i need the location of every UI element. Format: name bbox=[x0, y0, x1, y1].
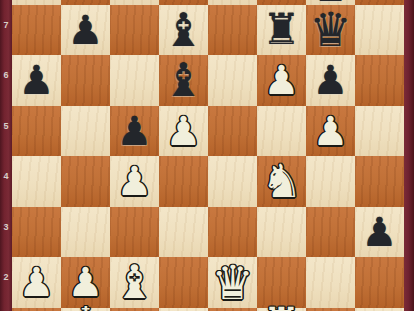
black-pawn-c5[interactable]: ♟ bbox=[117, 111, 153, 151]
square-g3[interactable] bbox=[306, 207, 355, 258]
square-g1[interactable] bbox=[306, 308, 355, 311]
square-d1[interactable] bbox=[159, 308, 208, 311]
square-e1[interactable] bbox=[208, 308, 257, 311]
white-queen-e2[interactable]: ♛ bbox=[211, 259, 253, 306]
square-h2[interactable] bbox=[355, 257, 404, 308]
white-pawn-c4[interactable]: ♟ bbox=[117, 161, 153, 201]
rank-label-2: 2 bbox=[0, 272, 12, 282]
rank-label-6: 6 bbox=[0, 70, 12, 80]
square-h5[interactable] bbox=[355, 106, 404, 157]
white-rook-f1[interactable]: ♜ bbox=[262, 302, 301, 311]
square-f6[interactable]: ♟ bbox=[257, 55, 306, 106]
square-d5[interactable]: ♟ bbox=[159, 106, 208, 157]
white-knight-f4[interactable]: ♞ bbox=[261, 158, 302, 204]
square-h6[interactable] bbox=[355, 55, 404, 106]
square-d4[interactable] bbox=[159, 156, 208, 207]
square-f5[interactable] bbox=[257, 106, 306, 157]
square-a4[interactable] bbox=[12, 156, 61, 207]
black-pawn-h3[interactable]: ♟ bbox=[362, 212, 398, 252]
square-h7[interactable] bbox=[355, 5, 404, 56]
square-a1[interactable] bbox=[12, 308, 61, 311]
black-rook-f7[interactable]: ♜ bbox=[262, 8, 301, 51]
square-f3[interactable] bbox=[257, 207, 306, 258]
black-pawn-g6[interactable]: ♟ bbox=[313, 60, 349, 100]
square-a3[interactable] bbox=[12, 207, 61, 258]
square-g7[interactable]: ♛ bbox=[306, 5, 355, 56]
white-pawn-f6[interactable]: ♟ bbox=[264, 60, 300, 100]
square-e5[interactable] bbox=[208, 106, 257, 157]
square-d2[interactable] bbox=[159, 257, 208, 308]
chess-board: ♚♟♝♜♛♟♝♟♟♟♟♟♟♞♟♟♟♝♛♚♜ bbox=[12, 0, 404, 311]
square-f1[interactable]: ♜ bbox=[257, 308, 306, 311]
rank-label-7: 7 bbox=[0, 20, 12, 30]
square-c7[interactable] bbox=[110, 5, 159, 56]
square-g2[interactable] bbox=[306, 257, 355, 308]
square-c2[interactable]: ♝ bbox=[110, 257, 159, 308]
square-a5[interactable] bbox=[12, 106, 61, 157]
square-c3[interactable] bbox=[110, 207, 159, 258]
square-g4[interactable] bbox=[306, 156, 355, 207]
square-b1[interactable]: ♚ bbox=[61, 308, 110, 311]
square-b3[interactable] bbox=[61, 207, 110, 258]
square-f4[interactable]: ♞ bbox=[257, 156, 306, 207]
rank-label-5: 5 bbox=[0, 121, 12, 131]
square-e4[interactable] bbox=[208, 156, 257, 207]
white-pawn-d5[interactable]: ♟ bbox=[166, 111, 202, 151]
square-b7[interactable]: ♟ bbox=[61, 5, 110, 56]
square-c1[interactable] bbox=[110, 308, 159, 311]
black-bishop-d7[interactable]: ♝ bbox=[163, 7, 204, 53]
square-e2[interactable]: ♛ bbox=[208, 257, 257, 308]
square-h3[interactable]: ♟ bbox=[355, 207, 404, 258]
square-c5[interactable]: ♟ bbox=[110, 106, 159, 157]
board-border-left bbox=[0, 0, 12, 311]
black-pawn-b7[interactable]: ♟ bbox=[68, 10, 104, 50]
chess-diagram: ♚♟♝♜♛♟♝♟♟♟♟♟♟♞♟♟♟♝♛♚♜ 765432 bbox=[0, 0, 414, 311]
black-queen-g7[interactable]: ♛ bbox=[309, 6, 351, 53]
square-a6[interactable]: ♟ bbox=[12, 55, 61, 106]
white-pawn-a2[interactable]: ♟ bbox=[19, 262, 55, 302]
square-e7[interactable] bbox=[208, 5, 257, 56]
square-d3[interactable] bbox=[159, 207, 208, 258]
square-a2[interactable]: ♟ bbox=[12, 257, 61, 308]
square-e3[interactable] bbox=[208, 207, 257, 258]
square-h4[interactable] bbox=[355, 156, 404, 207]
square-b5[interactable] bbox=[61, 106, 110, 157]
square-d7[interactable]: ♝ bbox=[159, 5, 208, 56]
square-d6[interactable]: ♝ bbox=[159, 55, 208, 106]
rank-label-3: 3 bbox=[0, 222, 12, 232]
square-h1[interactable] bbox=[355, 308, 404, 311]
square-b4[interactable] bbox=[61, 156, 110, 207]
square-g5[interactable]: ♟ bbox=[306, 106, 355, 157]
square-f7[interactable]: ♜ bbox=[257, 5, 306, 56]
square-b6[interactable] bbox=[61, 55, 110, 106]
black-bishop-d6[interactable]: ♝ bbox=[163, 57, 204, 103]
white-king-b1[interactable]: ♚ bbox=[64, 300, 106, 311]
square-c6[interactable] bbox=[110, 55, 159, 106]
square-c4[interactable]: ♟ bbox=[110, 156, 159, 207]
square-g6[interactable]: ♟ bbox=[306, 55, 355, 106]
white-bishop-c2[interactable]: ♝ bbox=[114, 259, 155, 305]
board-border-right bbox=[404, 0, 414, 311]
square-a7[interactable] bbox=[12, 5, 61, 56]
black-pawn-a6[interactable]: ♟ bbox=[19, 60, 55, 100]
square-e6[interactable] bbox=[208, 55, 257, 106]
white-pawn-g5[interactable]: ♟ bbox=[313, 111, 349, 151]
rank-label-4: 4 bbox=[0, 171, 12, 181]
